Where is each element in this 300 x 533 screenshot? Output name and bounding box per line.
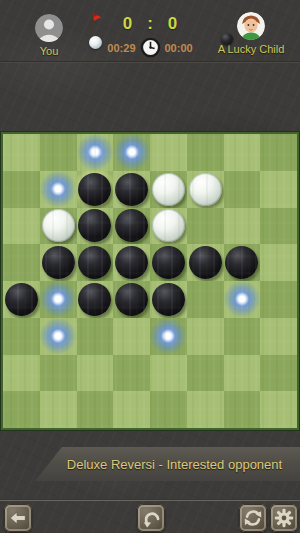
score-left: 0	[123, 14, 132, 34]
cell-r6c1[interactable]	[40, 355, 77, 392]
cell-r3c5[interactable]	[187, 244, 224, 281]
timer-right: 00:00	[165, 42, 193, 54]
white-disc	[152, 173, 185, 206]
cell-r5c3[interactable]	[113, 318, 150, 355]
cell-r3c4[interactable]	[150, 244, 187, 281]
cell-r3c2[interactable]	[77, 244, 114, 281]
status-banner: Deluxe Reversi - Interested opponent	[35, 447, 300, 481]
cell-r1c0[interactable]	[3, 171, 40, 208]
black-piece-indicator	[221, 33, 233, 45]
black-disc	[152, 283, 185, 316]
cell-r3c7[interactable]	[260, 244, 297, 281]
black-disc	[42, 246, 75, 279]
black-disc	[189, 246, 222, 279]
black-disc	[78, 283, 111, 316]
cell-r1c1[interactable]	[40, 171, 77, 208]
white-disc	[189, 173, 222, 206]
score-right: 0	[168, 14, 177, 34]
legal-move-marker	[224, 281, 260, 317]
cell-r4c3[interactable]	[113, 281, 150, 318]
legal-move-marker	[40, 171, 76, 207]
cell-r7c1[interactable]	[40, 391, 77, 428]
black-disc	[78, 209, 111, 242]
toolbar-divider	[0, 499, 300, 501]
cell-r6c3[interactable]	[113, 355, 150, 392]
black-disc	[78, 246, 111, 279]
player-right[interactable]: A Lucky Child	[211, 12, 291, 55]
black-disc	[78, 173, 111, 206]
cell-r6c4[interactable]	[150, 355, 187, 392]
cell-r3c6[interactable]	[224, 244, 261, 281]
legal-move-marker	[40, 318, 76, 354]
black-disc	[115, 283, 148, 316]
cell-r7c7[interactable]	[260, 391, 297, 428]
cell-r0c6[interactable]	[224, 134, 261, 171]
legal-move-marker	[40, 281, 76, 317]
white-disc	[152, 209, 185, 242]
cell-r2c5[interactable]	[187, 208, 224, 245]
cell-r5c5[interactable]	[187, 318, 224, 355]
cell-r1c7[interactable]	[260, 171, 297, 208]
cell-r5c7[interactable]	[260, 318, 297, 355]
cell-r4c2[interactable]	[77, 281, 114, 318]
undo-arrow-icon	[140, 507, 162, 529]
cell-r0c7[interactable]	[260, 134, 297, 171]
player-right-avatar	[237, 12, 265, 40]
app-screen: You 0 : 0 00:29 00:00	[0, 0, 300, 533]
cell-r0c2[interactable]	[77, 134, 114, 171]
cell-r0c0[interactable]	[3, 134, 40, 171]
legal-move-marker	[150, 318, 186, 354]
black-disc	[225, 246, 258, 279]
undo-button[interactable]	[137, 504, 165, 532]
cell-r5c1[interactable]	[40, 318, 77, 355]
cell-r4c5[interactable]	[187, 281, 224, 318]
player-right-name: A Lucky Child	[211, 43, 291, 55]
cell-r4c6[interactable]	[224, 281, 261, 318]
cell-r0c3[interactable]	[113, 134, 150, 171]
cell-r2c6[interactable]	[224, 208, 261, 245]
settings-button[interactable]	[270, 504, 298, 532]
cell-r0c5[interactable]	[187, 134, 224, 171]
black-disc	[152, 246, 185, 279]
cell-r6c6[interactable]	[224, 355, 261, 392]
score-separator: :	[147, 14, 153, 34]
cell-r7c2[interactable]	[77, 391, 114, 428]
white-disc	[42, 209, 75, 242]
cell-r4c7[interactable]	[260, 281, 297, 318]
cell-r7c0[interactable]	[3, 391, 40, 428]
cell-r1c5[interactable]	[187, 171, 224, 208]
cell-r2c0[interactable]	[3, 208, 40, 245]
cell-r3c3[interactable]	[113, 244, 150, 281]
black-disc	[5, 283, 38, 316]
cell-r6c2[interactable]	[77, 355, 114, 392]
cell-r2c7[interactable]	[260, 208, 297, 245]
cell-r7c4[interactable]	[150, 391, 187, 428]
legal-move-marker	[114, 134, 150, 170]
cell-r1c4[interactable]	[150, 171, 187, 208]
status-banner-text: Deluxe Reversi - Interested opponent	[53, 457, 282, 472]
cell-r7c5[interactable]	[187, 391, 224, 428]
cell-r2c1[interactable]	[40, 208, 77, 245]
cell-r5c2[interactable]	[77, 318, 114, 355]
cell-r2c4[interactable]	[150, 208, 187, 245]
cell-r6c5[interactable]	[187, 355, 224, 392]
cell-r6c0[interactable]	[3, 355, 40, 392]
restart-button[interactable]	[239, 504, 267, 532]
cell-r2c3[interactable]	[113, 208, 150, 245]
header-divider	[0, 61, 300, 63]
cell-r0c4[interactable]	[150, 134, 187, 171]
legal-move-marker	[77, 134, 113, 170]
back-button[interactable]	[4, 504, 32, 532]
cell-r4c0[interactable]	[3, 281, 40, 318]
cell-r7c3[interactable]	[113, 391, 150, 428]
cell-r1c2[interactable]	[77, 171, 114, 208]
cell-r6c7[interactable]	[260, 355, 297, 392]
cell-r3c1[interactable]	[40, 244, 77, 281]
cell-r1c6[interactable]	[224, 171, 261, 208]
gear-icon	[273, 507, 295, 529]
cell-r5c6[interactable]	[224, 318, 261, 355]
back-arrow-icon	[7, 507, 29, 529]
reversi-board	[1, 132, 299, 430]
black-disc	[115, 246, 148, 279]
black-disc	[115, 209, 148, 242]
cell-r3c0[interactable]	[3, 244, 40, 281]
timer-left: 00:29	[107, 42, 135, 54]
cell-r5c0[interactable]	[3, 318, 40, 355]
cell-r5c4[interactable]	[150, 318, 187, 355]
refresh-icon	[242, 507, 264, 529]
cell-r4c4[interactable]	[150, 281, 187, 318]
baby-photo-avatar	[237, 12, 265, 40]
cell-r1c3[interactable]	[113, 171, 150, 208]
cell-r4c1[interactable]	[40, 281, 77, 318]
black-disc	[115, 173, 148, 206]
cell-r7c6[interactable]	[224, 391, 261, 428]
clock-icon	[140, 37, 161, 58]
cell-r2c2[interactable]	[77, 208, 114, 245]
cell-r0c1[interactable]	[40, 134, 77, 171]
